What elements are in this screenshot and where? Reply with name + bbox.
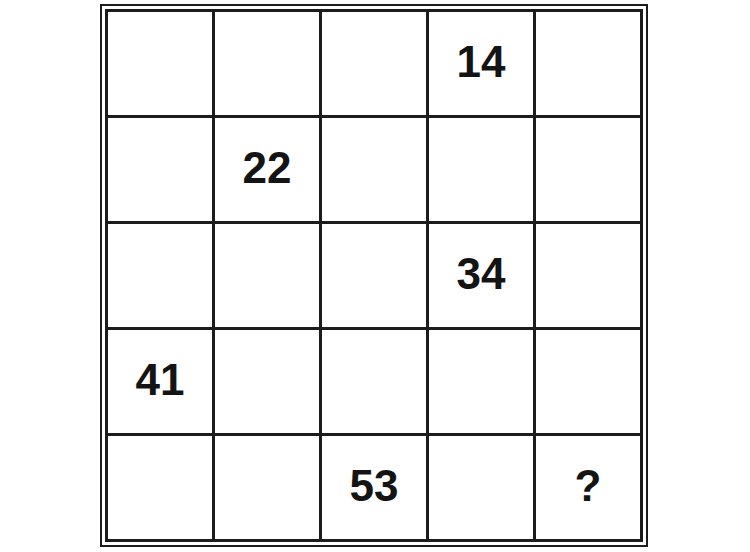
cell-r2c2: 22: [215, 118, 319, 221]
cell-r3c5: [536, 224, 640, 327]
cell-r5c2: [215, 436, 319, 539]
cell-r1c2: [215, 12, 319, 115]
cell-r1c3: [322, 12, 426, 115]
cell-r5c5: ?: [536, 436, 640, 539]
cell-r1c5: [536, 12, 640, 115]
cell-r1c4: 14: [429, 12, 533, 115]
cell-r2c4: [429, 118, 533, 221]
cell-r3c2: [215, 224, 319, 327]
cell-r4c4: [429, 330, 533, 433]
cell-r2c5: [536, 118, 640, 221]
cell-r3c1: [108, 224, 212, 327]
cell-r4c1: 41: [108, 330, 212, 433]
cell-r1c1: [108, 12, 212, 115]
puzzle-board-frame: 14 22 34 41 53 ?: [100, 4, 648, 547]
cell-r5c1: [108, 436, 212, 539]
cell-r5c3: 53: [322, 436, 426, 539]
cell-r4c2: [215, 330, 319, 433]
puzzle-page: 14 22 34 41 53 ?: [0, 0, 750, 552]
cell-r4c5: [536, 330, 640, 433]
cell-r3c3: [322, 224, 426, 327]
cell-r5c4: [429, 436, 533, 539]
cell-r2c3: [322, 118, 426, 221]
cell-r3c4: 34: [429, 224, 533, 327]
cell-r4c3: [322, 330, 426, 433]
cell-r2c1: [108, 118, 212, 221]
puzzle-board: 14 22 34 41 53 ?: [105, 9, 643, 542]
